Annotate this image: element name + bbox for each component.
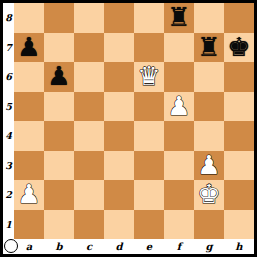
square-c7[interactable] <box>74 33 104 63</box>
rank-label-7: 7 <box>3 33 14 63</box>
square-b7[interactable] <box>44 33 74 63</box>
square-e8[interactable] <box>134 3 164 33</box>
square-d2[interactable] <box>104 180 134 210</box>
file-label-f: f <box>164 240 194 253</box>
chess-board[interactable]: ♜♟♜♚♟♛♟♟♟♚ <box>14 3 254 239</box>
square-b1[interactable] <box>44 210 74 240</box>
square-d3[interactable] <box>104 151 134 181</box>
white-to-move-indicator <box>4 239 18 253</box>
square-d8[interactable] <box>104 3 134 33</box>
square-c4[interactable] <box>74 121 104 151</box>
file-label-e: e <box>134 240 164 253</box>
square-c2[interactable] <box>74 180 104 210</box>
square-g5[interactable] <box>194 92 224 122</box>
square-c1[interactable] <box>74 210 104 240</box>
square-f3[interactable] <box>164 151 194 181</box>
square-g7[interactable]: ♜ <box>194 33 224 63</box>
square-e4[interactable] <box>134 121 164 151</box>
rank-label-3: 3 <box>3 151 14 181</box>
square-f2[interactable] <box>164 180 194 210</box>
square-h7[interactable]: ♚ <box>224 33 254 63</box>
square-f6[interactable] <box>164 62 194 92</box>
square-c6[interactable] <box>74 62 104 92</box>
file-label-h: h <box>224 240 254 253</box>
square-e7[interactable] <box>134 33 164 63</box>
square-f5[interactable]: ♟ <box>164 92 194 122</box>
square-h2[interactable] <box>224 180 254 210</box>
square-e5[interactable] <box>134 92 164 122</box>
rank-labels: 87654321 <box>3 3 14 239</box>
file-label-b: b <box>44 240 74 253</box>
square-a6[interactable] <box>14 62 44 92</box>
piece-white-queen[interactable]: ♛ <box>137 62 160 92</box>
square-f4[interactable] <box>164 121 194 151</box>
square-e2[interactable] <box>134 180 164 210</box>
square-h6[interactable] <box>224 62 254 92</box>
rank-label-4: 4 <box>3 121 14 151</box>
square-a8[interactable] <box>14 3 44 33</box>
square-a3[interactable] <box>14 151 44 181</box>
square-g2[interactable]: ♚ <box>194 180 224 210</box>
piece-black-rook[interactable]: ♜ <box>197 33 220 63</box>
square-d4[interactable] <box>104 121 134 151</box>
file-label-d: d <box>104 240 134 253</box>
square-a5[interactable] <box>14 92 44 122</box>
file-label-g: g <box>194 240 224 253</box>
square-c8[interactable] <box>74 3 104 33</box>
square-b4[interactable] <box>44 121 74 151</box>
square-d6[interactable] <box>104 62 134 92</box>
file-label-c: c <box>74 240 104 253</box>
square-h1[interactable] <box>224 210 254 240</box>
square-e1[interactable] <box>134 210 164 240</box>
square-d5[interactable] <box>104 92 134 122</box>
chess-diagram: 87654321 ♜♟♜♚♟♛♟♟♟♚ abcdefgh <box>0 0 257 257</box>
square-h5[interactable] <box>224 92 254 122</box>
piece-white-pawn[interactable]: ♟ <box>17 180 40 210</box>
square-d1[interactable] <box>104 210 134 240</box>
square-e6[interactable]: ♛ <box>134 62 164 92</box>
square-f8[interactable]: ♜ <box>164 3 194 33</box>
rank-label-1: 1 <box>3 210 14 240</box>
piece-white-king[interactable]: ♚ <box>197 180 220 210</box>
square-h3[interactable] <box>224 151 254 181</box>
rank-label-5: 5 <box>3 92 14 122</box>
square-h4[interactable] <box>224 121 254 151</box>
piece-black-rook[interactable]: ♜ <box>167 3 190 33</box>
rank-label-2: 2 <box>3 180 14 210</box>
file-labels: abcdefgh <box>14 240 254 253</box>
square-f7[interactable] <box>164 33 194 63</box>
square-g4[interactable] <box>194 121 224 151</box>
square-e3[interactable] <box>134 151 164 181</box>
square-b8[interactable] <box>44 3 74 33</box>
square-a2[interactable]: ♟ <box>14 180 44 210</box>
piece-black-pawn[interactable]: ♟ <box>47 62 70 92</box>
square-g3[interactable]: ♟ <box>194 151 224 181</box>
piece-black-pawn[interactable]: ♟ <box>17 33 40 63</box>
rank-label-6: 6 <box>3 62 14 92</box>
square-b6[interactable]: ♟ <box>44 62 74 92</box>
square-g6[interactable] <box>194 62 224 92</box>
square-b3[interactable] <box>44 151 74 181</box>
square-b5[interactable] <box>44 92 74 122</box>
piece-white-pawn[interactable]: ♟ <box>197 151 220 181</box>
rank-label-8: 8 <box>3 3 14 33</box>
square-c3[interactable] <box>74 151 104 181</box>
piece-black-king[interactable]: ♚ <box>227 33 250 63</box>
square-a1[interactable] <box>14 210 44 240</box>
square-a4[interactable] <box>14 121 44 151</box>
piece-white-pawn[interactable]: ♟ <box>167 92 190 122</box>
square-h8[interactable] <box>224 3 254 33</box>
square-g8[interactable] <box>194 3 224 33</box>
square-a7[interactable]: ♟ <box>14 33 44 63</box>
square-d7[interactable] <box>104 33 134 63</box>
square-f1[interactable] <box>164 210 194 240</box>
square-b2[interactable] <box>44 180 74 210</box>
file-label-a: a <box>14 240 44 253</box>
square-g1[interactable] <box>194 210 224 240</box>
square-c5[interactable] <box>74 92 104 122</box>
